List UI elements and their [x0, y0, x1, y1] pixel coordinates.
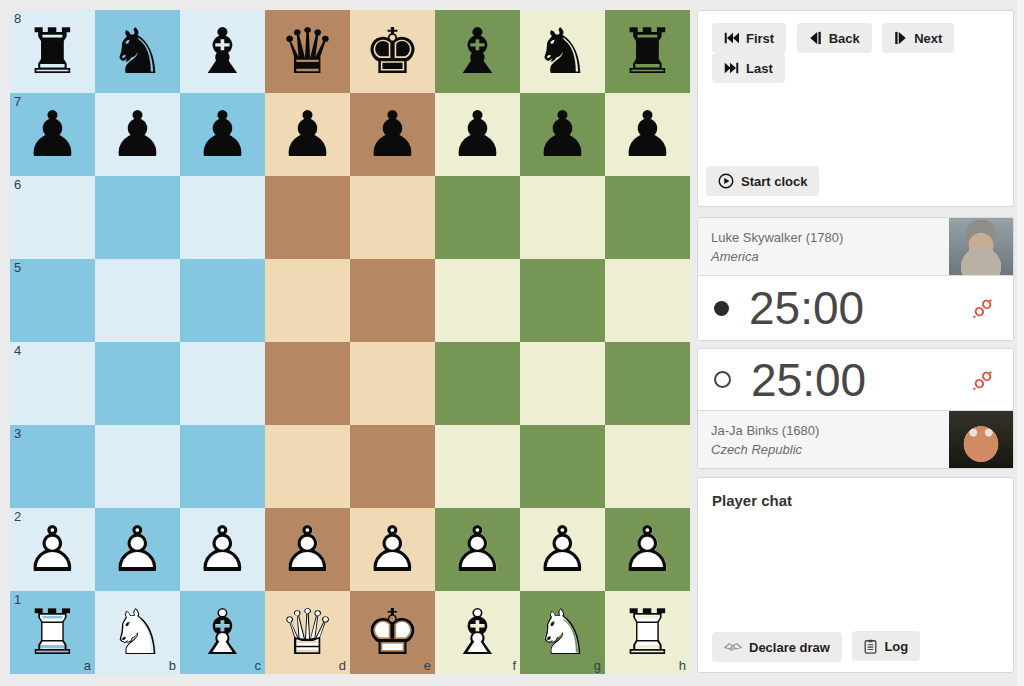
square-c4[interactable] [180, 342, 265, 425]
white-piece-outline: ♙ [109, 518, 165, 581]
square-h6[interactable] [605, 176, 690, 259]
start-clock-button[interactable]: Start clock [706, 166, 819, 196]
white-piece-outline: ♕ [279, 601, 335, 664]
square-c6[interactable] [180, 176, 265, 259]
square-b7[interactable]: ♟ [95, 93, 180, 176]
rank-label-6: 6 [14, 178, 21, 191]
square-b8[interactable]: ♞ [95, 10, 180, 93]
black-pawn-piece[interactable]: ♟ [534, 103, 590, 166]
square-f5[interactable] [435, 259, 520, 342]
square-d1[interactable]: d♛♕ [265, 591, 350, 674]
black-pawn-piece[interactable]: ♟ [24, 103, 80, 166]
rank-label-3: 3 [14, 427, 21, 440]
square-a2[interactable]: 2♟♙ [10, 508, 95, 591]
black-pawn-piece[interactable]: ♟ [364, 103, 420, 166]
back-button-label: Back [829, 31, 860, 46]
nav-button-row: First Back Next Last [698, 11, 1013, 83]
square-g8[interactable]: ♞ [520, 10, 605, 93]
next-button[interactable]: Next [882, 23, 954, 53]
white-piece-outline: ♘ [534, 601, 590, 664]
file-label-f: f [512, 659, 516, 672]
square-h8[interactable]: ♜ [605, 10, 690, 93]
last-button[interactable]: Last [712, 53, 785, 83]
white-knight-piece[interactable]: ♞♘ [534, 601, 590, 664]
disconnected-plug-icon [969, 366, 997, 394]
square-f7[interactable]: ♟ [435, 93, 520, 176]
white-bishop-piece[interactable]: ♝♗ [449, 601, 505, 664]
square-f8[interactable]: ♝ [435, 10, 520, 93]
square-c8[interactable]: ♝ [180, 10, 265, 93]
square-a1[interactable]: 1a♜♖ [10, 591, 95, 674]
black-queen-piece[interactable]: ♛ [279, 20, 335, 83]
white-piece-outline: ♙ [449, 518, 505, 581]
square-a8[interactable]: 8♜ [10, 10, 95, 93]
square-f3[interactable] [435, 425, 520, 508]
square-g6[interactable] [520, 176, 605, 259]
black-pawn-piece[interactable]: ♟ [194, 103, 250, 166]
handshake-icon [724, 641, 742, 654]
square-b4[interactable] [95, 342, 180, 425]
white-pawn-piece[interactable]: ♟♙ [364, 518, 420, 581]
square-a3[interactable]: 3 [10, 425, 95, 508]
clipboard-icon [864, 639, 877, 654]
square-f2[interactable]: ♟♙ [435, 508, 520, 591]
file-label-b: b [169, 659, 176, 672]
square-g2[interactable]: ♟♙ [520, 508, 605, 591]
player-bottom-avatar [949, 411, 1013, 468]
white-rook-piece[interactable]: ♜♖ [619, 601, 675, 664]
white-turn-indicator [714, 371, 731, 388]
black-rook-piece[interactable]: ♜ [24, 20, 80, 83]
player-chat-title: Player chat [712, 492, 999, 509]
square-c1[interactable]: c♝♗ [180, 591, 265, 674]
black-rook-piece[interactable]: ♜ [619, 20, 675, 83]
square-e6[interactable] [350, 176, 435, 259]
log-button[interactable]: Log [852, 631, 920, 661]
square-e2[interactable]: ♟♙ [350, 508, 435, 591]
square-g5[interactable] [520, 259, 605, 342]
file-label-c: c [255, 659, 262, 672]
square-a4[interactable]: 4 [10, 342, 95, 425]
white-piece-outline: ♙ [534, 518, 590, 581]
square-g1[interactable]: g♞♘ [520, 591, 605, 674]
white-piece-outline: ♙ [194, 518, 250, 581]
right-panel: First Back Next Last [697, 0, 1016, 686]
square-b5[interactable] [95, 259, 180, 342]
next-button-label: Next [914, 31, 942, 46]
white-piece-outline: ♖ [619, 601, 675, 664]
square-g3[interactable] [520, 425, 605, 508]
white-piece-outline: ♙ [364, 518, 420, 581]
black-bishop-piece[interactable]: ♝ [449, 20, 505, 83]
black-pawn-piece[interactable]: ♟ [279, 103, 335, 166]
white-knight-piece[interactable]: ♞♘ [109, 601, 165, 664]
rank-label-1: 1 [14, 593, 21, 606]
player-top-clock-row: 25:00 [698, 276, 1013, 340]
chess-board[interactable]: 8♜♞♝♛♚♝♞♜7♟♟♟♟♟♟♟♟65432♟♙♟♙♟♙♟♙♟♙♟♙♟♙♟♙1… [10, 10, 690, 674]
black-knight-piece[interactable]: ♞ [109, 20, 165, 83]
square-h2[interactable]: ♟♙ [605, 508, 690, 591]
white-pawn-piece[interactable]: ♟♙ [534, 518, 590, 581]
player-bottom-country: Czech Republic [711, 441, 933, 460]
player-bottom-card: 25:00 Ja-Ja Binks (1680) Czech Republic [697, 348, 1014, 469]
white-queen-piece[interactable]: ♛♕ [279, 601, 335, 664]
square-d2[interactable]: ♟♙ [265, 508, 350, 591]
square-b6[interactable] [95, 176, 180, 259]
black-king-piece[interactable]: ♚ [364, 20, 420, 83]
white-piece-outline: ♙ [24, 518, 80, 581]
square-a5[interactable]: 5 [10, 259, 95, 342]
skip-first-icon [724, 31, 739, 45]
declare-draw-label: Declare draw [749, 640, 830, 655]
player-top-card: Luke Skywalker (1780) America 25:00 [697, 217, 1014, 341]
white-piece-outline: ♙ [279, 518, 335, 581]
white-rook-piece[interactable]: ♜♖ [24, 601, 80, 664]
file-label-h: h [679, 659, 686, 672]
white-piece-outline: ♙ [619, 518, 675, 581]
file-label-a: a [84, 659, 91, 672]
square-a7[interactable]: 7♟ [10, 93, 95, 176]
rank-label-8: 8 [14, 12, 21, 25]
first-button[interactable]: First [712, 23, 786, 53]
square-c3[interactable] [180, 425, 265, 508]
white-pawn-piece[interactable]: ♟♙ [449, 518, 505, 581]
square-e4[interactable] [350, 342, 435, 425]
square-e5[interactable] [350, 259, 435, 342]
player-top-country: America [711, 248, 933, 267]
square-f6[interactable] [435, 176, 520, 259]
back-button[interactable]: Back [797, 23, 872, 53]
file-label-d: d [339, 659, 346, 672]
white-piece-outline: ♖ [24, 601, 80, 664]
white-bishop-piece[interactable]: ♝♗ [194, 601, 250, 664]
player-top-avatar [949, 218, 1013, 275]
chat-button-row: Declare draw Log [706, 631, 920, 662]
square-h7[interactable]: ♟ [605, 93, 690, 176]
player-bottom-clock: 25:00 [751, 353, 866, 407]
player-chat-card: Player chat Declare draw Log [697, 477, 1014, 673]
player-top-name: Luke Skywalker (1780) [711, 229, 933, 248]
move-navigation-card: First Back Next Last [697, 10, 1014, 207]
skip-last-icon [724, 61, 739, 75]
black-bishop-piece[interactable]: ♝ [194, 20, 250, 83]
player-top-info: Luke Skywalker (1780) America [698, 218, 1013, 276]
rank-label-4: 4 [14, 344, 21, 357]
black-turn-indicator [714, 301, 729, 316]
white-pawn-piece[interactable]: ♟♙ [279, 518, 335, 581]
white-pawn-piece[interactable]: ♟♙ [619, 518, 675, 581]
first-button-label: First [746, 31, 774, 46]
square-d4[interactable] [265, 342, 350, 425]
square-b1[interactable]: b♞♘ [95, 591, 180, 674]
disconnected-plug-icon [969, 294, 997, 322]
square-e7[interactable]: ♟ [350, 93, 435, 176]
white-king-piece[interactable]: ♚♔ [364, 601, 420, 664]
file-label-g: g [594, 659, 601, 672]
step-next-icon [894, 31, 907, 45]
white-pawn-piece[interactable]: ♟♙ [194, 518, 250, 581]
black-pawn-piece[interactable]: ♟ [619, 103, 675, 166]
rank-label-7: 7 [14, 95, 21, 108]
square-d7[interactable]: ♟ [265, 93, 350, 176]
square-c5[interactable] [180, 259, 265, 342]
square-f1[interactable]: f♝♗ [435, 591, 520, 674]
square-g4[interactable] [520, 342, 605, 425]
white-piece-outline: ♔ [364, 601, 420, 664]
player-top-clock: 25:00 [749, 281, 864, 335]
page-scrollbar-track[interactable] [1017, 0, 1024, 686]
start-clock-label: Start clock [741, 174, 807, 189]
player-bottom-info: Ja-Ja Binks (1680) Czech Republic [698, 410, 1013, 468]
declare-draw-button[interactable]: Declare draw [712, 632, 842, 662]
square-g7[interactable]: ♟ [520, 93, 605, 176]
rank-label-2: 2 [14, 510, 21, 523]
square-d3[interactable] [265, 425, 350, 508]
black-knight-piece[interactable]: ♞ [534, 20, 590, 83]
play-circle-icon [718, 173, 734, 189]
step-back-icon [809, 31, 822, 45]
player-bottom-clock-row: 25:00 [698, 349, 1013, 410]
white-piece-outline: ♗ [194, 601, 250, 664]
square-d6[interactable] [265, 176, 350, 259]
black-pawn-piece[interactable]: ♟ [109, 103, 165, 166]
last-button-label: Last [746, 61, 773, 76]
square-b3[interactable] [95, 425, 180, 508]
square-h5[interactable] [605, 259, 690, 342]
white-piece-outline: ♗ [449, 601, 505, 664]
square-e1[interactable]: e♚♔ [350, 591, 435, 674]
square-e8[interactable]: ♚ [350, 10, 435, 93]
square-a6[interactable]: 6 [10, 176, 95, 259]
file-label-e: e [424, 659, 431, 672]
square-d5[interactable] [265, 259, 350, 342]
rank-label-5: 5 [14, 261, 21, 274]
square-c7[interactable]: ♟ [180, 93, 265, 176]
square-h1[interactable]: h♜♖ [605, 591, 690, 674]
log-label: Log [884, 639, 908, 654]
player-bottom-name: Ja-Ja Binks (1680) [711, 422, 933, 441]
square-h3[interactable] [605, 425, 690, 508]
white-pawn-piece[interactable]: ♟♙ [109, 518, 165, 581]
square-h4[interactable] [605, 342, 690, 425]
square-f4[interactable] [435, 342, 520, 425]
square-e3[interactable] [350, 425, 435, 508]
square-c2[interactable]: ♟♙ [180, 508, 265, 591]
white-pawn-piece[interactable]: ♟♙ [24, 518, 80, 581]
white-piece-outline: ♘ [109, 601, 165, 664]
black-pawn-piece[interactable]: ♟ [449, 103, 505, 166]
square-b2[interactable]: ♟♙ [95, 508, 180, 591]
square-d8[interactable]: ♛ [265, 10, 350, 93]
